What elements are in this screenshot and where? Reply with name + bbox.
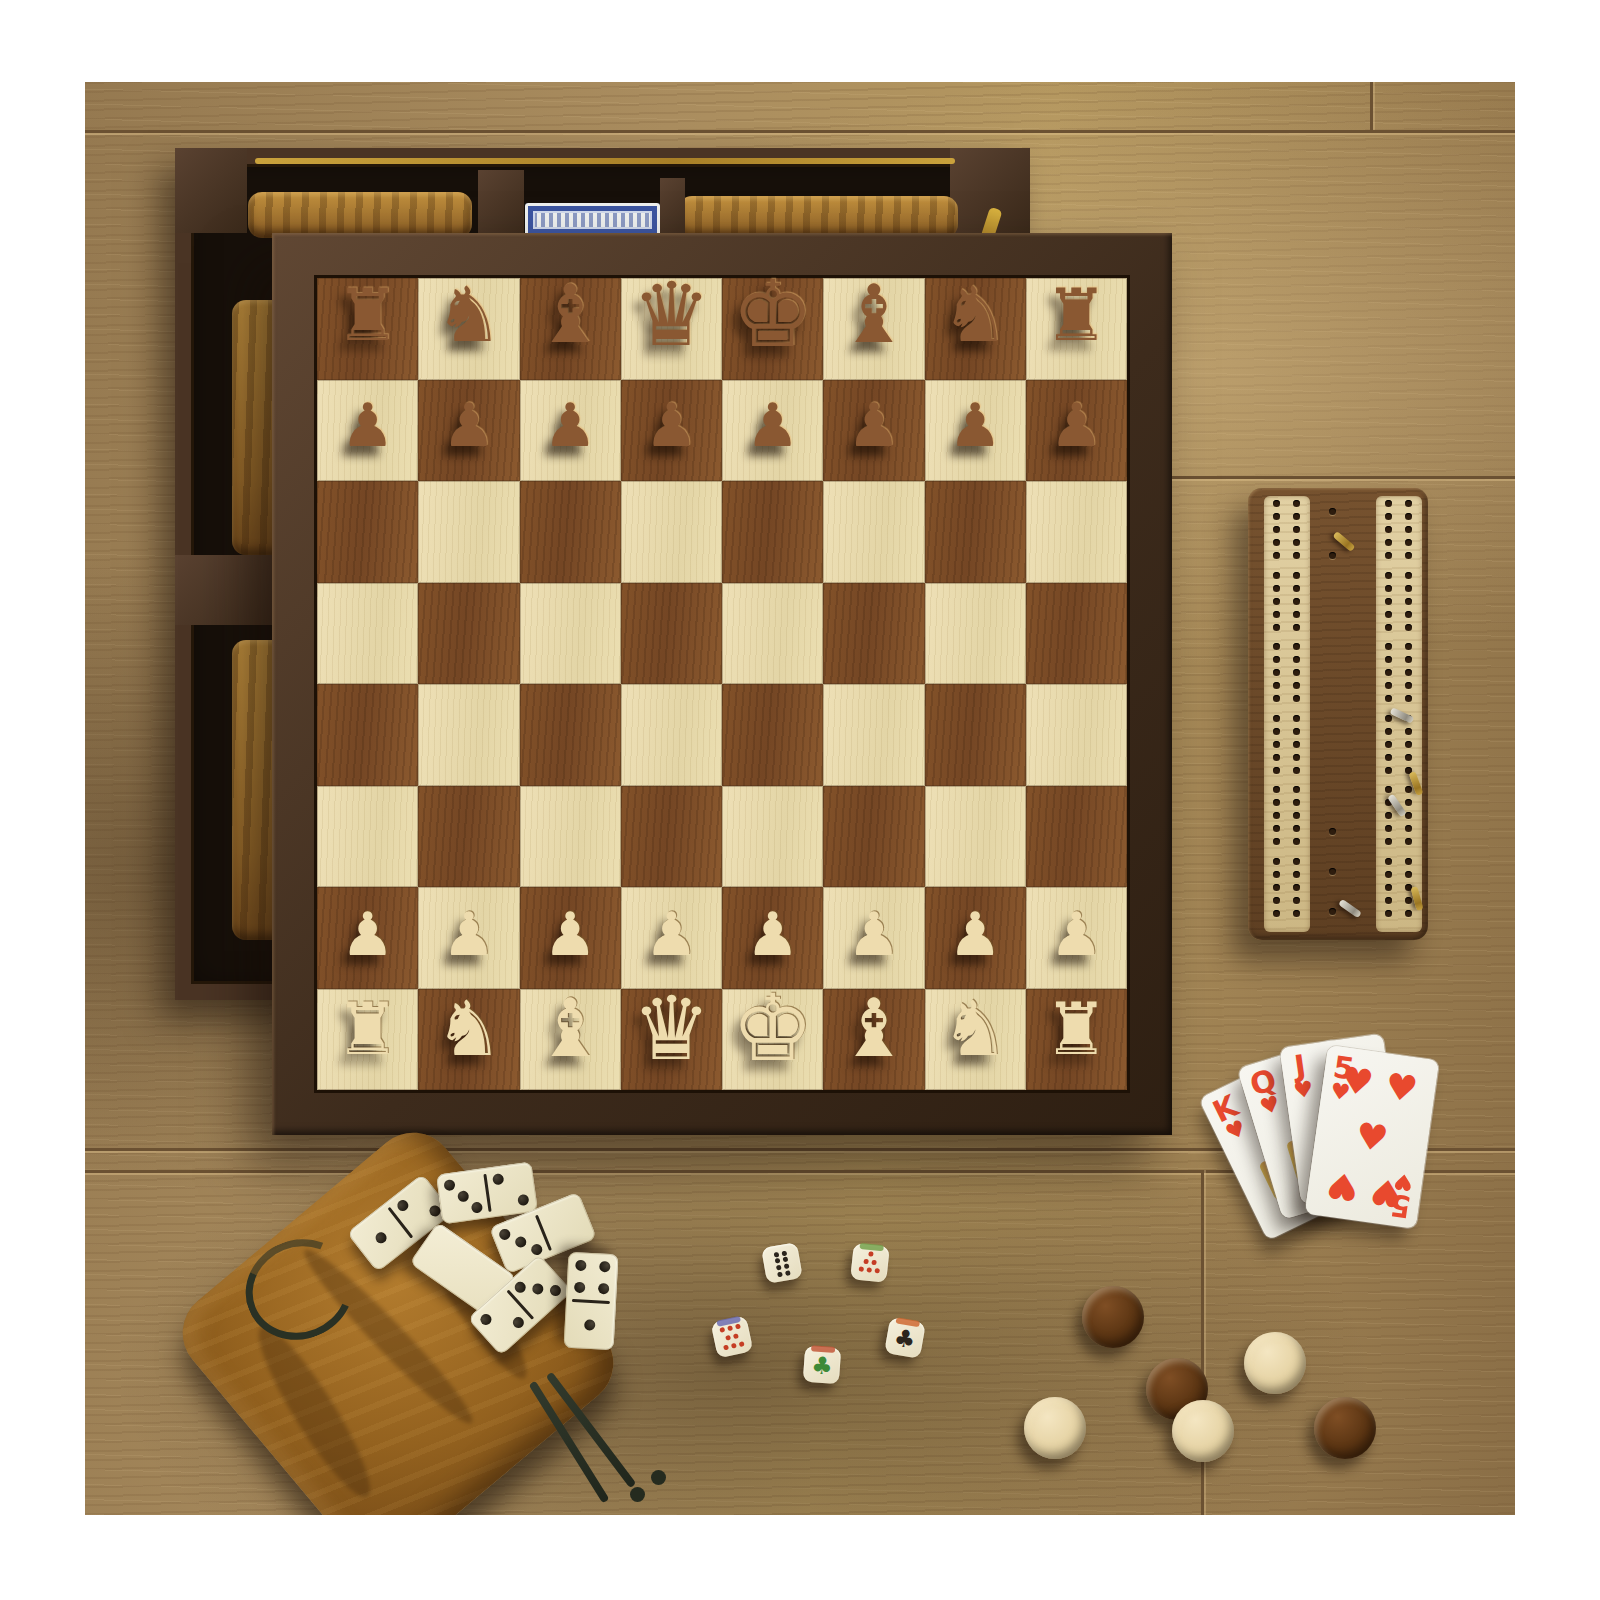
square-a8[interactable]: ♜ — [317, 278, 418, 380]
checker-ivory-5[interactable] — [1024, 1397, 1086, 1459]
piece-white-pawn-g2[interactable]: ♟ — [948, 904, 1002, 964]
peg-hole — [1293, 500, 1300, 507]
square-e3[interactable] — [722, 786, 823, 888]
domino-pip — [513, 1279, 529, 1295]
die-pip — [776, 1265, 782, 1271]
square-g3[interactable] — [925, 786, 1026, 888]
die-pip — [783, 1257, 789, 1263]
piece-white-pawn-f2[interactable]: ♟ — [847, 904, 901, 964]
domino-half — [484, 1162, 538, 1218]
peg-hole — [1273, 585, 1280, 592]
club-glyph: ♣ — [810, 1353, 833, 1378]
peg-hole — [1405, 858, 1412, 865]
square-f6[interactable] — [823, 481, 924, 583]
peg-hole — [1405, 786, 1412, 793]
peg-hole — [1273, 741, 1280, 748]
cribbage-board — [1248, 488, 1428, 940]
square-c3[interactable] — [520, 786, 621, 888]
square-a1[interactable]: ♜ — [317, 989, 418, 1091]
piece-black-bishop-c8[interactable]: ♝ — [534, 275, 606, 355]
peg-hole — [1273, 715, 1280, 722]
peg-hole — [1385, 598, 1392, 605]
heart-pip: ♥ — [1383, 1065, 1421, 1110]
domino-4-1[interactable] — [564, 1252, 619, 1350]
square-a4[interactable] — [317, 684, 418, 786]
scene-photo: ♜♞♝♛♚♝♞♜♟♟♟♟♟♟♟♟♟♟♟♟♟♟♟♟♜♞♝♛♚♝♞♜ K♥Q♥J♥5… — [85, 82, 1515, 1515]
checker-brown-3[interactable] — [1314, 1397, 1376, 1459]
domino-pip — [457, 1190, 469, 1202]
board-squares: ♜♞♝♛♚♝♞♜♟♟♟♟♟♟♟♟♟♟♟♟♟♟♟♟♜♞♝♛♚♝♞♜ — [317, 278, 1127, 1090]
square-h7[interactable]: ♟ — [1026, 380, 1127, 482]
square-e1[interactable]: ♚ — [722, 989, 823, 1091]
peg-hole — [1405, 897, 1412, 904]
square-a5[interactable] — [317, 583, 418, 685]
domino-pip — [530, 1281, 546, 1297]
square-c7[interactable]: ♟ — [520, 380, 621, 482]
peg-hole — [1329, 828, 1336, 835]
peg-hole — [1405, 624, 1412, 631]
die-pip — [739, 1341, 745, 1347]
die-pip — [872, 1260, 877, 1265]
die-pip — [867, 1267, 872, 1272]
peg-hole — [1385, 500, 1392, 507]
peg-hole — [1293, 572, 1300, 579]
square-d4[interactable] — [621, 684, 722, 786]
peg-hole — [1273, 767, 1280, 774]
peg-hole — [1293, 643, 1300, 650]
square-e6[interactable] — [722, 481, 823, 583]
peg-hole — [1273, 500, 1280, 507]
piece-white-pawn-h2[interactable]: ♟ — [1049, 904, 1103, 964]
square-c4[interactable] — [520, 684, 621, 786]
die-pip — [785, 1270, 791, 1276]
floor-plank-seam — [1370, 82, 1373, 130]
card-index: J♥ — [1288, 1051, 1314, 1101]
peg-hole — [1273, 910, 1280, 917]
square-f1[interactable]: ♝ — [823, 989, 924, 1091]
peg-hole — [1293, 611, 1300, 618]
domino-pip — [598, 1282, 610, 1294]
piece-white-king-e1[interactable]: ♚ — [731, 983, 813, 1075]
square-e4[interactable] — [722, 684, 823, 786]
domino-pip — [514, 1235, 528, 1249]
square-h3[interactable] — [1026, 786, 1127, 888]
heart-pip: ♥ — [1324, 1164, 1362, 1209]
square-e7[interactable]: ♟ — [722, 380, 823, 482]
square-c6[interactable] — [520, 481, 621, 583]
piece-white-rook-h1[interactable]: ♜ — [1044, 993, 1109, 1065]
photo-canvas: ♜♞♝♛♚♝♞♜♟♟♟♟♟♟♟♟♟♟♟♟♟♟♟♟♜♞♝♛♚♝♞♜ K♥Q♥J♥5… — [0, 0, 1600, 1600]
square-h1[interactable]: ♜ — [1026, 989, 1127, 1091]
peg-hole — [1293, 585, 1300, 592]
die-pip — [725, 1335, 731, 1341]
square-h5[interactable] — [1026, 583, 1127, 685]
square-f3[interactable] — [823, 786, 924, 888]
die-pip — [782, 1250, 788, 1256]
square-d1[interactable]: ♛ — [621, 989, 722, 1091]
square-g7[interactable]: ♟ — [925, 380, 1026, 482]
square-g1[interactable]: ♞ — [925, 989, 1026, 1091]
storage-pouch[interactable] — [248, 192, 472, 238]
domino-half — [436, 1168, 490, 1224]
peg-hole — [1273, 884, 1280, 891]
floor-plank-seam — [85, 130, 1515, 133]
box-corner-block — [175, 148, 247, 233]
peg-hole — [1273, 871, 1280, 878]
peg-hole — [1405, 741, 1412, 748]
die-spade-cluster[interactable] — [761, 1242, 803, 1284]
square-c2[interactable]: ♟ — [520, 887, 621, 989]
square-e2[interactable]: ♟ — [722, 887, 823, 989]
domino-pip — [547, 1283, 563, 1299]
peg-hole — [1329, 868, 1336, 875]
piece-black-pawn-d7[interactable]: ♟ — [644, 395, 698, 455]
peg-hole — [1273, 611, 1280, 618]
square-b4[interactable] — [418, 684, 519, 786]
peg-hole — [1293, 728, 1300, 735]
piece-black-pawn-c7[interactable]: ♟ — [543, 395, 597, 455]
piece-black-knight-b8[interactable]: ♞ — [435, 277, 503, 353]
square-e5[interactable] — [722, 583, 823, 685]
cribbage-peg-brass[interactable] — [1333, 531, 1356, 552]
peg-hole — [1293, 741, 1300, 748]
square-d8[interactable]: ♛ — [621, 278, 722, 380]
piece-white-rook-a1[interactable]: ♜ — [335, 993, 400, 1065]
card-5-of-hearts[interactable]: 5♥♥♥♥♥♥5♥ — [1305, 1045, 1440, 1229]
domino-pip — [510, 1315, 526, 1331]
piece-white-bishop-c1[interactable]: ♝ — [534, 989, 606, 1069]
piece-black-rook-a8[interactable]: ♜ — [335, 279, 400, 351]
piece-black-knight-g8[interactable]: ♞ — [941, 277, 1009, 353]
floor-plank-seam — [1201, 1170, 1204, 1515]
peg-hole — [1405, 871, 1412, 878]
domino-pip — [584, 1319, 596, 1331]
peg-hole — [1385, 728, 1392, 735]
peg-hole — [1293, 871, 1300, 878]
peg-hole — [1385, 858, 1392, 865]
square-d2[interactable]: ♟ — [621, 887, 722, 989]
square-f7[interactable]: ♟ — [823, 380, 924, 482]
square-g6[interactable] — [925, 481, 1026, 583]
peg-hole — [1385, 871, 1392, 878]
domino-pip — [470, 1201, 482, 1213]
die-pip — [859, 1267, 864, 1272]
peg-hole — [1293, 754, 1300, 761]
card-index: Q♥ — [1247, 1066, 1285, 1119]
piece-black-pawn-g7[interactable]: ♟ — [948, 395, 1002, 455]
domino-pip — [444, 1179, 456, 1191]
cribbage-peg-silver[interactable] — [1338, 899, 1362, 918]
club-glyph: ♣ — [892, 1325, 917, 1352]
piece-white-pawn-a2[interactable]: ♟ — [341, 904, 395, 964]
square-c1[interactable]: ♝ — [520, 989, 621, 1091]
piece-white-knight-g1[interactable]: ♞ — [941, 991, 1009, 1067]
piece-black-queen-d8[interactable]: ♛ — [632, 271, 711, 359]
square-f5[interactable] — [823, 583, 924, 685]
die-pip — [723, 1344, 729, 1350]
peg-hole — [1329, 908, 1336, 915]
die-black-club[interactable]: ♣ — [884, 1317, 926, 1359]
piece-black-king-e8[interactable]: ♚ — [731, 269, 813, 361]
peg-hole — [1385, 767, 1392, 774]
box-divider — [478, 170, 524, 240]
peg-hole — [1293, 897, 1300, 904]
piece-white-pawn-c2[interactable]: ♟ — [543, 904, 597, 964]
checker-ivory-4[interactable] — [1244, 1332, 1306, 1394]
peg-hole — [1385, 884, 1392, 891]
peg-hole — [1273, 786, 1280, 793]
pouch-cord-knot — [651, 1470, 666, 1485]
square-h4[interactable] — [1026, 684, 1127, 786]
peg-hole — [1329, 552, 1336, 559]
domino-pip — [479, 1311, 495, 1327]
die-pip — [773, 1252, 779, 1258]
checker-brown-1[interactable] — [1082, 1286, 1144, 1348]
square-a6[interactable] — [317, 481, 418, 583]
square-b1[interactable]: ♞ — [418, 989, 519, 1091]
peg-hole — [1385, 643, 1392, 650]
peg-hole — [1405, 585, 1412, 592]
peg-hole — [1405, 611, 1412, 618]
square-g4[interactable] — [925, 684, 1026, 786]
piece-black-pawn-a7[interactable]: ♟ — [341, 395, 395, 455]
peg-hole — [1385, 786, 1392, 793]
peg-hole — [1293, 624, 1300, 631]
die-pip — [733, 1333, 739, 1339]
peg-hole — [1293, 715, 1300, 722]
domino-pip — [492, 1173, 504, 1185]
cribbage-maple-strip — [1264, 496, 1310, 932]
domino-half — [564, 1300, 616, 1351]
peg-hole — [1273, 624, 1280, 631]
square-b8[interactable]: ♞ — [418, 278, 519, 380]
square-b5[interactable] — [418, 583, 519, 685]
domino-half — [566, 1252, 618, 1303]
piece-black-pawn-e7[interactable]: ♟ — [746, 395, 800, 455]
heart-pip: ♥ — [1353, 1114, 1391, 1159]
domino-pip — [498, 1227, 512, 1241]
peg-hole — [1293, 598, 1300, 605]
die-pip — [774, 1258, 780, 1264]
domino-pip — [529, 1243, 543, 1257]
square-c5[interactable] — [520, 583, 621, 685]
piece-black-pawn-f7[interactable]: ♟ — [847, 395, 901, 455]
square-e8[interactable]: ♚ — [722, 278, 823, 380]
die-pip — [777, 1272, 783, 1278]
domino-pip — [575, 1260, 587, 1272]
peg-hole — [1273, 572, 1280, 579]
heart-pip: ♥ — [1338, 1059, 1376, 1104]
square-b3[interactable] — [418, 786, 519, 888]
peg-hole — [1273, 598, 1280, 605]
piece-black-pawn-h7[interactable]: ♟ — [1049, 395, 1103, 455]
piece-black-pawn-b7[interactable]: ♟ — [442, 395, 496, 455]
square-d6[interactable] — [621, 481, 722, 583]
die-edge-face — [859, 1243, 883, 1251]
peg-hole — [1385, 741, 1392, 748]
square-f2[interactable]: ♟ — [823, 887, 924, 989]
peg-hole — [1405, 643, 1412, 650]
domino-pip — [517, 1194, 529, 1206]
square-d3[interactable] — [621, 786, 722, 888]
pouch-cord-knot — [630, 1487, 645, 1502]
box-brass-edge — [255, 158, 955, 164]
square-a7[interactable]: ♟ — [317, 380, 418, 482]
peg-hole — [1273, 897, 1280, 904]
die-green-club[interactable]: ♣ — [803, 1346, 841, 1384]
die-pip — [874, 1268, 879, 1273]
card-deck-box[interactable] — [525, 203, 660, 237]
peg-hole — [1329, 508, 1336, 515]
peg-hole — [1385, 715, 1392, 722]
domino-pip — [599, 1261, 611, 1273]
peg-hole — [1273, 754, 1280, 761]
peg-hole — [1405, 572, 1412, 579]
die-pip — [727, 1326, 733, 1332]
square-c8[interactable]: ♝ — [520, 278, 621, 380]
domino-pip — [395, 1198, 410, 1213]
peg-hole — [1293, 910, 1300, 917]
square-b2[interactable]: ♟ — [418, 887, 519, 989]
square-b6[interactable] — [418, 481, 519, 583]
square-f8[interactable]: ♝ — [823, 278, 924, 380]
piece-black-rook-h8[interactable]: ♜ — [1044, 279, 1109, 351]
peg-hole — [1293, 786, 1300, 793]
square-f4[interactable] — [823, 684, 924, 786]
peg-hole — [1385, 897, 1392, 904]
piece-white-pawn-e2[interactable]: ♟ — [746, 904, 800, 964]
peg-hole — [1405, 500, 1412, 507]
die-pip — [735, 1324, 741, 1330]
piece-white-pawn-b2[interactable]: ♟ — [442, 904, 496, 964]
die-pip — [868, 1252, 873, 1257]
square-d7[interactable]: ♟ — [621, 380, 722, 482]
peg-hole — [1293, 767, 1300, 774]
square-h8[interactable]: ♜ — [1026, 278, 1127, 380]
piece-white-queen-d1[interactable]: ♛ — [632, 985, 711, 1073]
square-g8[interactable]: ♞ — [925, 278, 1026, 380]
square-b7[interactable]: ♟ — [418, 380, 519, 482]
square-g5[interactable] — [925, 583, 1026, 685]
peg-hole — [1385, 572, 1392, 579]
peg-hole — [1385, 624, 1392, 631]
peg-hole — [1293, 884, 1300, 891]
square-a3[interactable] — [317, 786, 418, 888]
piece-black-bishop-f8[interactable]: ♝ — [838, 275, 910, 355]
storage-pouch[interactable] — [678, 196, 958, 238]
die-heart-cluster[interactable] — [850, 1243, 890, 1283]
square-g2[interactable]: ♟ — [925, 887, 1026, 989]
peg-hole — [1385, 611, 1392, 618]
domino-pip — [373, 1230, 388, 1245]
die-pip — [719, 1327, 725, 1333]
square-h2[interactable]: ♟ — [1026, 887, 1127, 989]
peg-hole — [1405, 728, 1412, 735]
peg-hole — [1405, 910, 1412, 917]
peg-hole — [1293, 858, 1300, 865]
peg-hole — [1405, 598, 1412, 605]
piece-white-bishop-f1[interactable]: ♝ — [838, 989, 910, 1069]
die-pip — [731, 1343, 737, 1349]
square-d5[interactable] — [621, 583, 722, 685]
die-pip — [784, 1264, 790, 1270]
piece-white-pawn-d2[interactable]: ♟ — [644, 904, 698, 964]
square-h6[interactable] — [1026, 481, 1127, 583]
peg-hole — [1273, 643, 1280, 650]
peg-hole — [1273, 728, 1280, 735]
checker-ivory-6[interactable] — [1172, 1400, 1234, 1462]
chess-board: ♜♞♝♛♚♝♞♜♟♟♟♟♟♟♟♟♟♟♟♟♟♟♟♟♜♞♝♛♚♝♞♜ — [272, 233, 1172, 1135]
die-pip — [863, 1259, 868, 1264]
peg-hole — [1405, 754, 1412, 761]
peg-hole — [1385, 585, 1392, 592]
square-a2[interactable]: ♟ — [317, 887, 418, 989]
peg-hole — [1385, 910, 1392, 917]
peg-hole — [1273, 858, 1280, 865]
piece-white-knight-b1[interactable]: ♞ — [435, 991, 503, 1067]
domino-pip — [574, 1281, 586, 1293]
peg-hole — [1385, 754, 1392, 761]
